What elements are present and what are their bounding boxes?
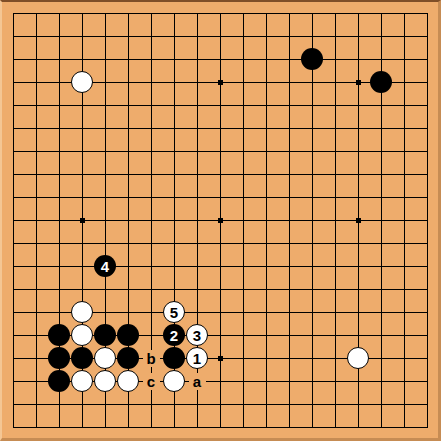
black-stone (163, 347, 185, 369)
black-stone (301, 48, 323, 70)
point-label-b: b (143, 350, 160, 367)
white-stone (94, 370, 116, 392)
black-stone (117, 347, 139, 369)
white-stone (71, 324, 93, 346)
move-number: 3 (193, 328, 201, 343)
white-stone (347, 347, 369, 369)
star-point (218, 218, 223, 223)
black-stone (48, 347, 70, 369)
white-stone-move-1: 1 (186, 347, 208, 369)
black-stone (117, 324, 139, 346)
white-stone-move-5: 5 (163, 301, 185, 323)
white-stone (71, 301, 93, 323)
move-number: 4 (101, 259, 109, 274)
move-number: 2 (170, 328, 178, 343)
point-label-a: a (189, 373, 206, 390)
black-stone (94, 324, 116, 346)
white-stone-move-3: 3 (186, 324, 208, 346)
star-point (80, 218, 85, 223)
point-label-c: c (143, 373, 160, 390)
black-stone (48, 324, 70, 346)
board-intersections: 45231abc (2, 2, 439, 439)
star-point (356, 80, 361, 85)
move-number: 1 (193, 351, 201, 366)
black-stone-move-2: 2 (163, 324, 185, 346)
white-stone (94, 347, 116, 369)
star-point (218, 356, 223, 361)
white-stone (71, 370, 93, 392)
black-stone (370, 71, 392, 93)
move-number: 5 (170, 305, 178, 320)
black-stone-move-4: 4 (94, 255, 116, 277)
white-stone (117, 370, 139, 392)
go-board: 45231abc (0, 0, 441, 441)
black-stone (71, 347, 93, 369)
white-stone (71, 71, 93, 93)
star-point (356, 218, 361, 223)
star-point (218, 80, 223, 85)
white-stone (163, 370, 185, 392)
black-stone (48, 370, 70, 392)
